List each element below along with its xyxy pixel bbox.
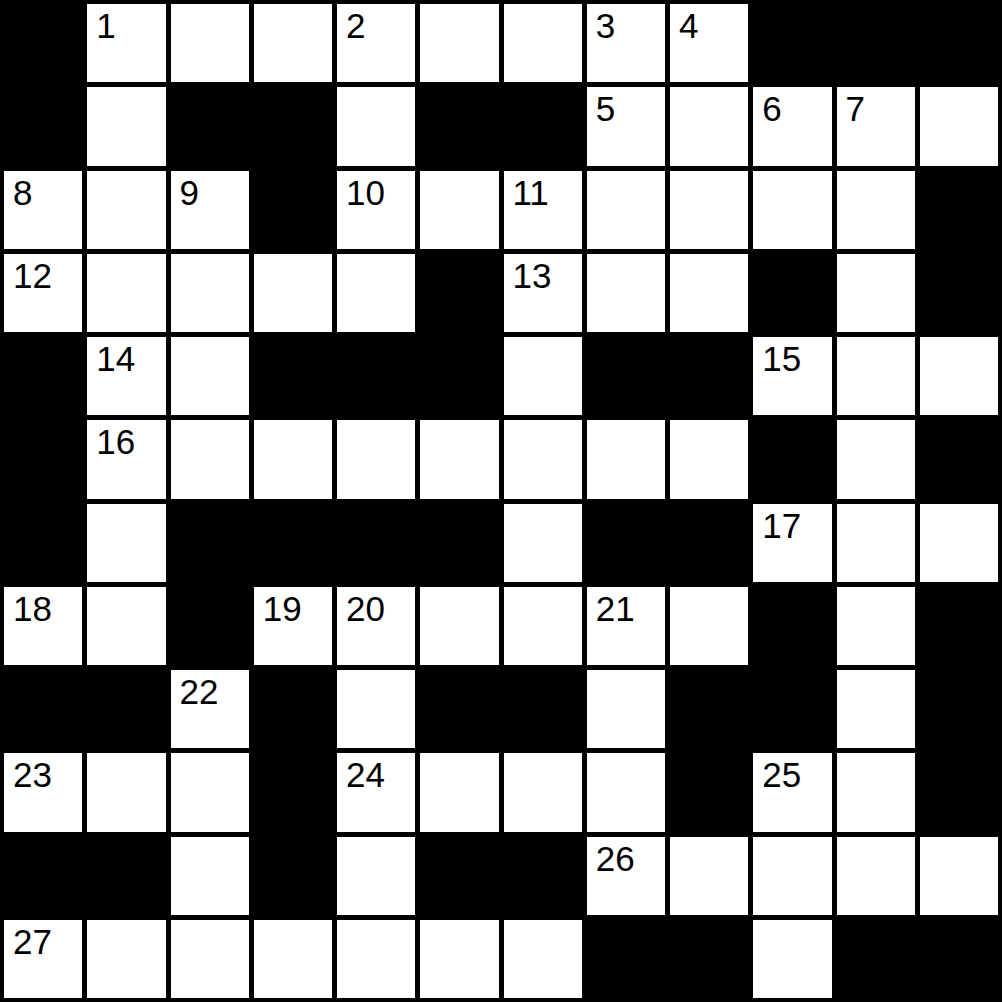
white-cell-r5c8[interactable]	[670, 420, 748, 498]
white-cell-r4c10[interactable]	[837, 337, 915, 415]
block-cell-r2c11	[920, 171, 998, 249]
clue-number-2: 2	[346, 8, 365, 45]
white-cell-r9c2[interactable]	[171, 753, 249, 831]
white-cell-r7c1[interactable]	[87, 587, 165, 665]
white-cell-r9c5[interactable]	[420, 753, 498, 831]
clue-number-27: 27	[13, 924, 52, 961]
white-cell-r2c9[interactable]	[753, 171, 831, 249]
block-cell-r3c9	[753, 254, 831, 332]
white-cell-r3c6[interactable]: 13	[504, 254, 582, 332]
clue-number-21: 21	[596, 591, 635, 628]
white-cell-r1c1[interactable]	[87, 87, 165, 165]
block-cell-r8c6	[504, 670, 582, 748]
white-cell-r7c10[interactable]	[837, 587, 915, 665]
white-cell-r4c1[interactable]: 14	[87, 337, 165, 415]
white-cell-r11c9[interactable]	[753, 920, 831, 998]
clue-number-9: 9	[180, 175, 199, 212]
white-cell-r6c1[interactable]	[87, 504, 165, 582]
white-cell-r4c9[interactable]: 15	[753, 337, 831, 415]
white-cell-r7c6[interactable]	[504, 587, 582, 665]
clue-number-22: 22	[180, 674, 219, 711]
white-cell-r2c5[interactable]	[420, 171, 498, 249]
clue-number-17: 17	[762, 508, 801, 545]
white-cell-r1c4[interactable]	[337, 87, 415, 165]
block-cell-r6c4	[337, 504, 415, 582]
white-cell-r0c4[interactable]: 2	[337, 4, 415, 82]
white-cell-r1c9[interactable]: 6	[753, 87, 831, 165]
white-cell-r3c0[interactable]: 12	[4, 254, 82, 332]
block-cell-r6c2	[171, 504, 249, 582]
clue-number-23: 23	[13, 757, 52, 794]
block-cell-r10c1	[87, 837, 165, 915]
block-cell-r0c10	[837, 4, 915, 82]
block-cell-r9c8	[670, 753, 748, 831]
clue-number-1: 1	[96, 8, 115, 45]
white-cell-r10c10[interactable]	[837, 837, 915, 915]
block-cell-r4c5	[420, 337, 498, 415]
white-cell-r7c0[interactable]: 18	[4, 587, 82, 665]
white-cell-r7c4[interactable]: 20	[337, 587, 415, 665]
white-cell-r10c11[interactable]	[920, 837, 998, 915]
white-cell-r3c1[interactable]	[87, 254, 165, 332]
white-cell-r2c1[interactable]	[87, 171, 165, 249]
white-cell-r10c2[interactable]	[171, 837, 249, 915]
white-cell-r11c1[interactable]	[87, 920, 165, 998]
white-cell-r5c1[interactable]: 16	[87, 420, 165, 498]
block-cell-r6c8	[670, 504, 748, 582]
white-cell-r3c7[interactable]	[587, 254, 665, 332]
clue-number-14: 14	[96, 341, 135, 378]
white-cell-r11c2[interactable]	[171, 920, 249, 998]
white-cell-r5c4[interactable]	[337, 420, 415, 498]
white-cell-r9c9[interactable]: 25	[753, 753, 831, 831]
white-cell-r2c7[interactable]	[587, 171, 665, 249]
block-cell-r1c6	[504, 87, 582, 165]
white-cell-r11c0[interactable]: 27	[4, 920, 82, 998]
block-cell-r3c11	[920, 254, 998, 332]
block-cell-r0c9	[753, 4, 831, 82]
white-cell-r8c7[interactable]	[587, 670, 665, 748]
block-cell-r9c11	[920, 753, 998, 831]
block-cell-r3c5	[420, 254, 498, 332]
white-cell-r1c11[interactable]	[920, 87, 998, 165]
clue-number-20: 20	[346, 591, 385, 628]
white-cell-r4c11[interactable]	[920, 337, 998, 415]
block-cell-r8c1	[87, 670, 165, 748]
clue-number-16: 16	[96, 424, 135, 461]
white-cell-r3c10[interactable]	[837, 254, 915, 332]
white-cell-r5c3[interactable]	[254, 420, 332, 498]
clue-number-19: 19	[263, 591, 302, 628]
block-cell-r1c0	[4, 87, 82, 165]
white-cell-r11c5[interactable]	[420, 920, 498, 998]
clue-number-15: 15	[762, 341, 801, 378]
block-cell-r11c8	[670, 920, 748, 998]
white-cell-r10c4[interactable]	[337, 837, 415, 915]
white-cell-r0c5[interactable]	[420, 4, 498, 82]
white-cell-r6c9[interactable]: 17	[753, 504, 831, 582]
white-cell-r3c2[interactable]	[171, 254, 249, 332]
block-cell-r6c5	[420, 504, 498, 582]
white-cell-r9c0[interactable]: 23	[4, 753, 82, 831]
clue-number-18: 18	[13, 591, 52, 628]
white-cell-r5c7[interactable]	[587, 420, 665, 498]
white-cell-r6c11[interactable]	[920, 504, 998, 582]
block-cell-r4c4	[337, 337, 415, 415]
white-cell-r2c10[interactable]	[837, 171, 915, 249]
block-cell-r10c5	[420, 837, 498, 915]
block-cell-r5c11	[920, 420, 998, 498]
white-cell-r8c10[interactable]	[837, 670, 915, 748]
clue-number-6: 6	[762, 91, 781, 128]
white-cell-r10c7[interactable]: 26	[587, 837, 665, 915]
block-cell-r9c3	[254, 753, 332, 831]
clue-number-7: 7	[846, 91, 865, 128]
white-cell-r3c4[interactable]	[337, 254, 415, 332]
white-cell-r2c2[interactable]: 9	[171, 171, 249, 249]
white-cell-r2c8[interactable]	[670, 171, 748, 249]
block-cell-r10c6	[504, 837, 582, 915]
block-cell-r11c10	[837, 920, 915, 998]
block-cell-r11c7	[587, 920, 665, 998]
clue-number-3: 3	[596, 8, 615, 45]
white-cell-r2c4[interactable]: 10	[337, 171, 415, 249]
white-cell-r9c7[interactable]	[587, 753, 665, 831]
white-cell-r11c6[interactable]	[504, 920, 582, 998]
block-cell-r8c0	[4, 670, 82, 748]
white-cell-r9c6[interactable]	[504, 753, 582, 831]
block-cell-r6c7	[587, 504, 665, 582]
block-cell-r2c3	[254, 171, 332, 249]
block-cell-r0c11	[920, 4, 998, 82]
white-cell-r1c7[interactable]: 5	[587, 87, 665, 165]
block-cell-r8c9	[753, 670, 831, 748]
block-cell-r4c8	[670, 337, 748, 415]
block-cell-r7c11	[920, 587, 998, 665]
white-cell-r0c3[interactable]	[254, 4, 332, 82]
crossword-board: 1234567891011121314151617181920212223242…	[0, 0, 1002, 1002]
block-cell-r4c0	[4, 337, 82, 415]
white-cell-r7c8[interactable]	[670, 587, 748, 665]
block-cell-r1c2	[171, 87, 249, 165]
white-cell-r1c10[interactable]: 7	[837, 87, 915, 165]
white-cell-r5c10[interactable]	[837, 420, 915, 498]
white-cell-r7c3[interactable]: 19	[254, 587, 332, 665]
block-cell-r7c9	[753, 587, 831, 665]
white-cell-r1c8[interactable]	[670, 87, 748, 165]
white-cell-r11c4[interactable]	[337, 920, 415, 998]
white-cell-r0c8[interactable]: 4	[670, 4, 748, 82]
white-cell-r6c10[interactable]	[837, 504, 915, 582]
block-cell-r8c5	[420, 670, 498, 748]
white-cell-r2c0[interactable]: 8	[4, 171, 82, 249]
white-cell-r5c2[interactable]	[171, 420, 249, 498]
white-cell-r7c5[interactable]	[420, 587, 498, 665]
block-cell-r0c0	[4, 4, 82, 82]
white-cell-r0c2[interactable]	[171, 4, 249, 82]
white-cell-r0c7[interactable]: 3	[587, 4, 665, 82]
clue-number-12: 12	[13, 258, 52, 295]
white-cell-r8c4[interactable]	[337, 670, 415, 748]
block-cell-r8c11	[920, 670, 998, 748]
clue-number-10: 10	[346, 175, 385, 212]
block-cell-r1c3	[254, 87, 332, 165]
clue-number-24: 24	[346, 757, 385, 794]
white-cell-r3c3[interactable]	[254, 254, 332, 332]
white-cell-r6c6[interactable]	[504, 504, 582, 582]
block-cell-r10c3	[254, 837, 332, 915]
block-cell-r5c0	[4, 420, 82, 498]
white-cell-r8c2[interactable]: 22	[171, 670, 249, 748]
white-cell-r2c6[interactable]: 11	[504, 171, 582, 249]
clue-number-26: 26	[596, 841, 635, 878]
white-cell-r9c4[interactable]: 24	[337, 753, 415, 831]
block-cell-r1c5	[420, 87, 498, 165]
clue-number-25: 25	[762, 757, 801, 794]
white-cell-r5c5[interactable]	[420, 420, 498, 498]
block-cell-r11c11	[920, 920, 998, 998]
block-cell-r8c8	[670, 670, 748, 748]
white-cell-r10c9[interactable]	[753, 837, 831, 915]
block-cell-r10c0	[4, 837, 82, 915]
white-cell-r11c3[interactable]	[254, 920, 332, 998]
white-cell-r0c1[interactable]: 1	[87, 4, 165, 82]
white-cell-r5c6[interactable]	[504, 420, 582, 498]
block-cell-r5c9	[753, 420, 831, 498]
block-cell-r4c3	[254, 337, 332, 415]
white-cell-r9c10[interactable]	[837, 753, 915, 831]
white-cell-r3c8[interactable]	[670, 254, 748, 332]
clue-number-4: 4	[679, 8, 698, 45]
white-cell-r7c7[interactable]: 21	[587, 587, 665, 665]
block-cell-r4c7	[587, 337, 665, 415]
white-cell-r4c6[interactable]	[504, 337, 582, 415]
block-cell-r8c3	[254, 670, 332, 748]
clue-number-13: 13	[513, 258, 552, 295]
block-cell-r7c2	[171, 587, 249, 665]
white-cell-r10c8[interactable]	[670, 837, 748, 915]
block-cell-r6c0	[4, 504, 82, 582]
block-cell-r6c3	[254, 504, 332, 582]
white-cell-r9c1[interactable]	[87, 753, 165, 831]
clue-number-8: 8	[13, 175, 32, 212]
white-cell-r0c6[interactable]	[504, 4, 582, 82]
white-cell-r4c2[interactable]	[171, 337, 249, 415]
clue-number-5: 5	[596, 91, 615, 128]
clue-number-11: 11	[513, 175, 549, 212]
